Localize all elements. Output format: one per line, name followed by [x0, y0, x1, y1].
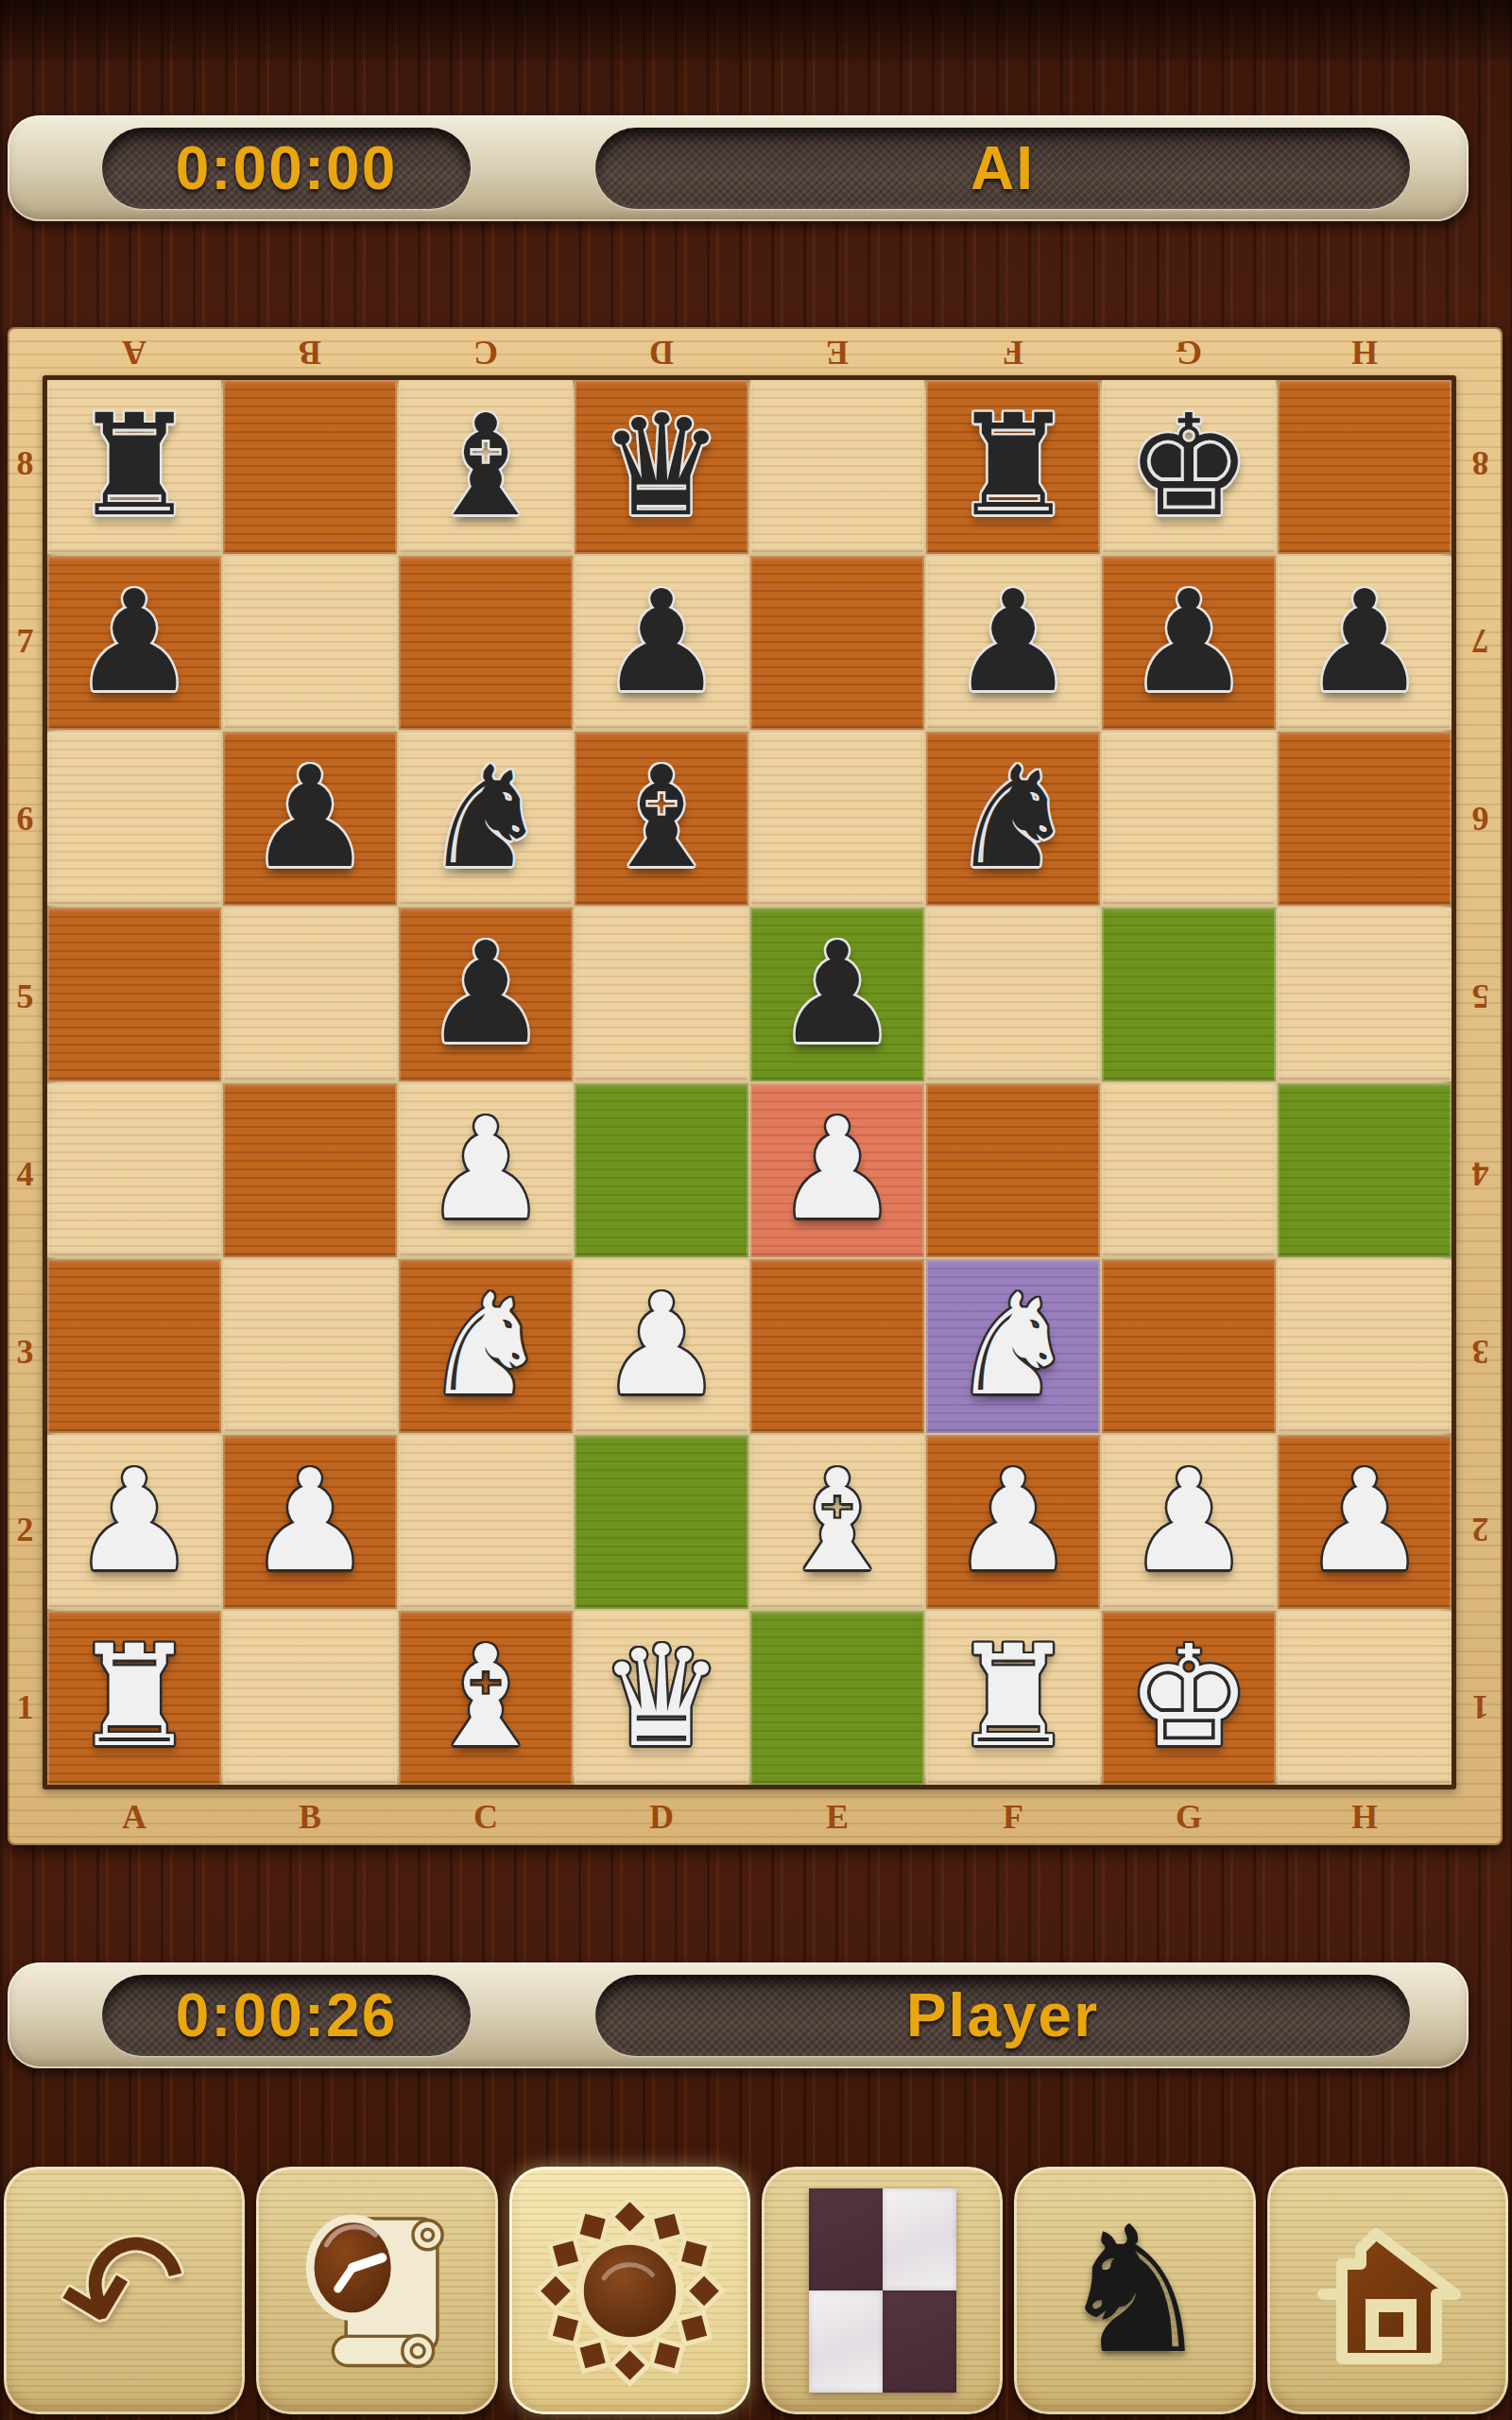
white-knight: ♞: [926, 1259, 1100, 1433]
square-d2[interactable]: [575, 1435, 748, 1609]
rank-labels-right: 87654321: [1458, 375, 1503, 1789]
settings-button[interactable]: [509, 2167, 750, 2414]
white-knight: ♞: [399, 1259, 573, 1433]
rank-label-7: 7: [8, 553, 43, 729]
white-pawn: ♟: [399, 1083, 573, 1257]
file-label-e: E: [750, 1792, 924, 1841]
white-bishop: ♝: [750, 1435, 924, 1609]
square-g5[interactable]: [1102, 907, 1276, 1081]
home-button[interactable]: [1267, 2167, 1508, 2414]
board-theme-button[interactable]: [762, 2167, 1003, 2414]
square-h7[interactable]: ♟: [1278, 556, 1452, 730]
square-e7[interactable]: [750, 556, 924, 730]
square-c5[interactable]: ♟: [399, 907, 573, 1081]
square-a8[interactable]: ♜: [47, 380, 221, 554]
file-label-a: A: [47, 331, 221, 374]
black-knight: ♞: [926, 732, 1100, 906]
square-c3[interactable]: ♞: [399, 1259, 573, 1433]
black-pawn: ♟: [926, 556, 1100, 730]
black-queen: ♛: [575, 380, 748, 554]
square-e6[interactable]: [750, 732, 924, 906]
square-c1[interactable]: ♝: [399, 1611, 573, 1785]
rank-label-6: 6: [1458, 731, 1503, 907]
black-knight: ♞: [399, 732, 573, 906]
move-history-button[interactable]: [256, 2167, 497, 2414]
white-pawn: ♟: [575, 1259, 748, 1433]
square-h1[interactable]: [1278, 1611, 1452, 1785]
file-label-g: G: [1102, 1792, 1276, 1841]
board-grid: ♜♝♛♜♚♟♟♟♟♟♟♞♝♞♟♟♟♟♞♟♞♟♟♝♟♟♟♜♝♛♜♚: [43, 375, 1456, 1789]
square-g6[interactable]: [1102, 732, 1276, 906]
square-c8[interactable]: ♝: [399, 380, 573, 554]
square-b3[interactable]: [223, 1259, 397, 1433]
square-a3[interactable]: [47, 1259, 221, 1433]
file-label-e: E: [750, 331, 924, 374]
square-g3[interactable]: [1102, 1259, 1276, 1433]
square-f3[interactable]: ♞: [926, 1259, 1100, 1433]
rank-label-1: 1: [1458, 1619, 1503, 1795]
square-b6[interactable]: ♟: [223, 732, 397, 906]
rank-label-3: 3: [1458, 1264, 1503, 1440]
black-pawn: ♟: [575, 556, 748, 730]
file-labels-bottom: ABCDEFGH: [47, 1792, 1452, 1841]
rank-label-2: 2: [1458, 1442, 1503, 1617]
black-rook: ♜: [47, 380, 221, 554]
white-pawn: ♟: [223, 1435, 397, 1609]
file-label-b: B: [223, 331, 397, 374]
square-d1[interactable]: ♛: [575, 1611, 748, 1785]
square-c4[interactable]: ♟: [399, 1083, 573, 1257]
player-name-plate: Player: [595, 1975, 1410, 2056]
square-c7[interactable]: [399, 556, 573, 730]
white-bishop: ♝: [399, 1611, 573, 1785]
square-a7[interactable]: ♟: [47, 556, 221, 730]
opponent-time: 0:00:00: [176, 133, 398, 203]
square-d4[interactable]: [575, 1083, 748, 1257]
square-d5[interactable]: [575, 907, 748, 1081]
rank-label-6: 6: [8, 731, 43, 907]
opponent-name-plate: AI: [595, 128, 1410, 209]
white-queen: ♛: [575, 1611, 748, 1785]
piece-style-button[interactable]: ♞: [1014, 2167, 1255, 2414]
white-rook: ♜: [47, 1611, 221, 1785]
rank-label-3: 3: [8, 1264, 43, 1440]
square-a5[interactable]: [47, 907, 221, 1081]
chess-board-frame: ABCDEFGH 87654321 87654321 ABCDEFGH ♜♝♛♜…: [8, 327, 1503, 1845]
square-a6[interactable]: [47, 732, 221, 906]
square-h6[interactable]: [1278, 732, 1452, 906]
square-d6[interactable]: ♝: [575, 732, 748, 906]
rank-label-2: 2: [8, 1442, 43, 1617]
file-label-h: H: [1278, 1792, 1452, 1841]
square-f4[interactable]: [926, 1083, 1100, 1257]
square-f7[interactable]: ♟: [926, 556, 1100, 730]
square-d8[interactable]: ♛: [575, 380, 748, 554]
file-label-g: G: [1102, 331, 1276, 374]
rank-label-1: 1: [8, 1619, 43, 1795]
player-bar: 0:00:26 Player: [8, 1962, 1469, 2068]
rank-label-5: 5: [1458, 908, 1503, 1084]
square-h5[interactable]: [1278, 907, 1452, 1081]
file-label-d: D: [575, 1792, 748, 1841]
sun-icon: [533, 2194, 727, 2388]
square-d7[interactable]: ♟: [575, 556, 748, 730]
square-c6[interactable]: ♞: [399, 732, 573, 906]
file-label-f: F: [926, 331, 1100, 374]
square-b4[interactable]: [223, 1083, 397, 1257]
home-icon: [1293, 2196, 1482, 2385]
opponent-clock: 0:00:00: [102, 128, 471, 209]
player-name: Player: [906, 1980, 1099, 2050]
bottom-toolbar: ↶: [0, 2167, 1512, 2414]
white-pawn: ♟: [47, 1435, 221, 1609]
file-label-d: D: [575, 331, 748, 374]
square-a2[interactable]: ♟: [47, 1435, 221, 1609]
black-rook: ♜: [926, 380, 1100, 554]
square-f8[interactable]: ♜: [926, 380, 1100, 554]
white-pawn: ♟: [1278, 1435, 1452, 1609]
black-bishop: ♝: [575, 732, 748, 906]
rank-label-5: 5: [8, 908, 43, 1084]
square-e4[interactable]: ♟: [750, 1083, 924, 1257]
square-f2[interactable]: ♟: [926, 1435, 1100, 1609]
square-b7[interactable]: [223, 556, 397, 730]
square-h3[interactable]: [1278, 1259, 1452, 1433]
square-b8[interactable]: [223, 380, 397, 554]
square-e8[interactable]: [750, 380, 924, 554]
square-f1[interactable]: ♜: [926, 1611, 1100, 1785]
black-pawn: ♟: [750, 907, 924, 1081]
white-pawn: ♟: [926, 1435, 1100, 1609]
checkerboard-icon: [809, 2188, 956, 2393]
black-pawn: ♟: [1278, 556, 1452, 730]
square-g1[interactable]: ♚: [1102, 1611, 1276, 1785]
black-pawn: ♟: [223, 732, 397, 906]
square-e1[interactable]: [750, 1611, 924, 1785]
black-pawn: ♟: [47, 556, 221, 730]
white-rook: ♜: [926, 1611, 1100, 1785]
rank-label-8: 8: [1458, 375, 1503, 551]
undo-arrow-icon: ↶: [43, 2199, 207, 2382]
rank-label-8: 8: [8, 375, 43, 551]
rank-label-7: 7: [1458, 553, 1503, 729]
square-b5[interactable]: [223, 907, 397, 1081]
file-label-a: A: [47, 1792, 221, 1841]
square-e2[interactable]: ♝: [750, 1435, 924, 1609]
square-c2[interactable]: [399, 1435, 573, 1609]
square-b1[interactable]: [223, 1611, 397, 1785]
file-label-c: C: [399, 331, 573, 374]
undo-button[interactable]: ↶: [4, 2167, 245, 2414]
rank-label-4: 4: [1458, 1086, 1503, 1262]
player-clock: 0:00:26: [102, 1975, 471, 2056]
square-b2[interactable]: ♟: [223, 1435, 397, 1609]
white-king: ♚: [1102, 1611, 1276, 1785]
square-f5[interactable]: [926, 907, 1100, 1081]
rank-label-4: 4: [8, 1086, 43, 1262]
square-h2[interactable]: ♟: [1278, 1435, 1452, 1609]
square-h8[interactable]: [1278, 380, 1452, 554]
file-label-b: B: [223, 1792, 397, 1841]
square-g7[interactable]: ♟: [1102, 556, 1276, 730]
black-king: ♚: [1102, 380, 1276, 554]
knight-icon: ♞: [1057, 2204, 1213, 2378]
rank-labels-left: 87654321: [8, 375, 43, 1789]
square-a4[interactable]: [47, 1083, 221, 1257]
top-shade-band: [0, 0, 1512, 60]
file-label-h: H: [1278, 331, 1452, 374]
square-g2[interactable]: ♟: [1102, 1435, 1276, 1609]
opponent-name: AI: [971, 133, 1035, 203]
square-d3[interactable]: ♟: [575, 1259, 748, 1433]
file-labels-top: ABCDEFGH: [47, 331, 1452, 374]
white-pawn: ♟: [1102, 1435, 1276, 1609]
file-label-c: C: [399, 1792, 573, 1841]
square-g4[interactable]: [1102, 1083, 1276, 1257]
square-e5[interactable]: ♟: [750, 907, 924, 1081]
square-h4[interactable]: [1278, 1083, 1452, 1257]
square-e3[interactable]: [750, 1259, 924, 1433]
black-pawn: ♟: [399, 907, 573, 1081]
black-bishop: ♝: [399, 380, 573, 554]
white-pawn: ♟: [750, 1083, 924, 1257]
black-pawn: ♟: [1102, 556, 1276, 730]
clock-scroll-icon: [287, 2191, 467, 2390]
player-time: 0:00:26: [176, 1980, 398, 2050]
square-a1[interactable]: ♜: [47, 1611, 221, 1785]
file-label-f: F: [926, 1792, 1100, 1841]
square-g8[interactable]: ♚: [1102, 380, 1276, 554]
square-f6[interactable]: ♞: [926, 732, 1100, 906]
opponent-bar: 0:00:00 AI: [8, 115, 1469, 221]
